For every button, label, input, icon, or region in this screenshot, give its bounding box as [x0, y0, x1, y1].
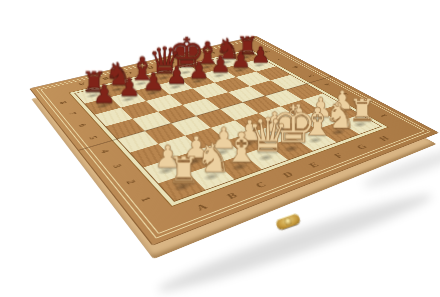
chess-board-wrapper: AA88BB77CC66DD55EE44FF33GG22HH11 ♜♞♝♛♚♝♞…: [73, 0, 367, 229]
file-label-bottom-g: G: [343, 138, 380, 156]
rank-label-left-7: 7: [56, 106, 89, 121]
rank-label-left-1: 1: [125, 188, 167, 211]
photo-background: AA88BB77CC66DD55EE44FF33GG22HH11 ♜♞♝♛♚♝♞…: [0, 0, 440, 297]
rank-label-left-2: 2: [111, 171, 152, 192]
rank-label-left-6: 6: [66, 117, 101, 133]
file-label-bottom-h: H: [365, 130, 401, 147]
file-label-bottom-a: A: [180, 195, 223, 219]
white-rook-glyph: ♜: [149, 152, 218, 189]
file-label-bottom-f: F: [319, 146, 357, 165]
rank-label-left-5: 5: [76, 129, 112, 146]
rank-label-left-4: 4: [87, 142, 124, 160]
rank-label-left-3: 3: [98, 156, 137, 176]
